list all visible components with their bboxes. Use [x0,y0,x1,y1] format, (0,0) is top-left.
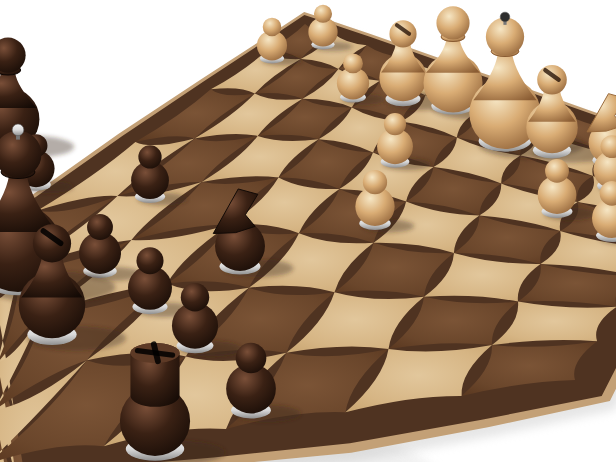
chess-photo-scene: ♙ white pawn b2♙ white pawn a2♙ white pa… [0,0,616,462]
chess-board-render: ♙ white pawn b2♙ white pawn a2♙ white pa… [0,0,616,462]
